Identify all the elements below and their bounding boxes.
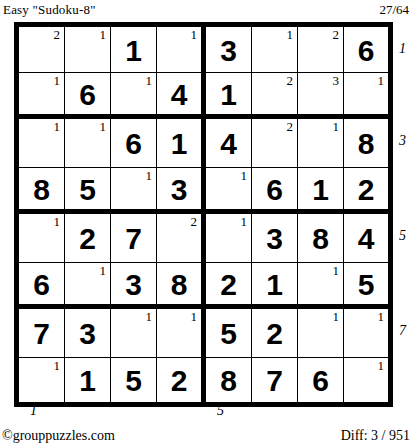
given-digit: 6 [266,173,283,205]
pencil-mark: 2 [54,27,61,42]
cell-r4c8[interactable]: 2 [344,168,388,214]
cell-r6c6[interactable]: 1 [252,263,298,309]
cell-r3c2[interactable]: 1 [65,119,111,168]
given-digit: 8 [33,173,50,205]
pencil-mark: 2 [287,119,294,134]
given-digit: 8 [220,364,237,396]
cell-r6c7[interactable]: 1 [298,263,344,309]
pencil-mark: 1 [54,214,61,229]
cell-r6c8[interactable]: 5 [344,263,388,309]
given-digit: 4 [358,222,375,254]
pencil-mark: 2 [191,214,198,229]
row-label: 1 [399,42,406,56]
pencil-mark: 1 [333,309,340,324]
cell-r3c7[interactable]: 1 [298,119,344,168]
pencil-mark: 1 [100,119,107,134]
given-digit: 2 [266,317,283,349]
cell-r2c3[interactable]: 1 [111,73,157,119]
cell-r4c5[interactable]: 1 [206,168,252,214]
col-label: 5 [217,404,224,418]
pencil-mark: 1 [333,263,340,278]
row-label: 5 [399,229,406,243]
row-label: 3 [399,134,406,148]
given-digit: 1 [171,127,188,159]
cell-r5c8[interactable]: 4 [344,214,388,263]
cell-r1c8[interactable]: 6 [344,27,388,73]
cell-r7c8[interactable]: 1 [344,309,388,358]
cell-r4c7[interactable]: 1 [298,168,344,214]
cell-r1c7[interactable]: 2 [298,27,344,73]
cell-r3c3[interactable]: 6 [111,119,157,168]
cell-r2c2[interactable]: 6 [65,73,111,119]
pencil-mark: 1 [54,73,61,88]
cell-r8c6[interactable]: 7 [252,358,298,402]
cell-r7c5[interactable]: 5 [206,309,252,358]
given-digit: 4 [220,127,237,159]
pencil-mark: 1 [100,263,107,278]
given-digit: 6 [312,364,329,396]
pencil-mark: 1 [241,214,248,229]
col-label: 1 [30,404,37,418]
cell-r2c6[interactable]: 2 [252,73,298,119]
pencil-mark: 1 [146,73,153,88]
row-label: 7 [399,324,406,338]
puzzle-counter: 27/64 [379,2,409,18]
cell-r5c1[interactable]: 1 [19,214,65,263]
given-digit: 2 [220,268,237,300]
given-digit: 3 [79,317,96,349]
pencil-mark: 1 [146,168,153,183]
cell-r2c4[interactable]: 4 [157,73,206,119]
cell-r8c1[interactable]: 1 [19,358,65,402]
cell-r2c1[interactable]: 1 [19,73,65,119]
cell-r5c5[interactable]: 1 [206,214,252,263]
pencil-mark: 1 [191,27,198,42]
given-digit: 3 [171,173,188,205]
given-digit: 1 [125,34,142,66]
cell-r6c2[interactable]: 1 [65,263,111,309]
cell-r6c3[interactable]: 3 [111,263,157,309]
given-digit: 8 [358,127,375,159]
cell-r8c4[interactable]: 2 [157,358,206,402]
given-digit: 3 [125,268,142,300]
given-digit: 2 [358,173,375,205]
cell-r8c7[interactable]: 6 [298,358,344,402]
pencil-mark: 2 [333,27,340,42]
cell-r8c3[interactable]: 5 [111,358,157,402]
given-digit: 6 [358,34,375,66]
pencil-mark: 1 [378,358,385,373]
cell-r4c6[interactable]: 6 [252,168,298,214]
cell-r8c5[interactable]: 8 [206,358,252,402]
given-digit: 5 [358,268,375,300]
cell-r1c5[interactable]: 3 [206,27,252,73]
cell-r6c5[interactable]: 2 [206,263,252,309]
cell-r2c7[interactable]: 3 [298,73,344,119]
cell-r1c3[interactable]: 1 [111,27,157,73]
cell-r7c6[interactable]: 2 [252,309,298,358]
puzzle-page: Easy "Sudoku-8" 27/64 211131261614123111… [0,0,412,447]
given-digit: 4 [171,78,188,110]
cell-r3c6[interactable]: 2 [252,119,298,168]
cell-r4c4[interactable]: 3 [157,168,206,214]
cell-r8c2[interactable]: 1 [65,358,111,402]
pencil-mark: 1 [287,27,294,42]
cell-r4c3[interactable]: 1 [111,168,157,214]
cell-r7c7[interactable]: 1 [298,309,344,358]
cell-r5c7[interactable]: 8 [298,214,344,263]
cell-r5c3[interactable]: 7 [111,214,157,263]
given-digit: 8 [312,222,329,254]
cell-r8c8[interactable]: 1 [344,358,388,402]
cell-r4c1[interactable]: 8 [19,168,65,214]
pencil-mark: 1 [241,168,248,183]
given-digit: 7 [125,222,142,254]
pencil-mark: 1 [54,119,61,134]
given-digit: 7 [33,317,50,349]
given-digit: 7 [266,364,283,396]
copyright-text: ©grouppuzzles.com [2,428,115,444]
cell-r3c5[interactable]: 4 [206,119,252,168]
cell-r3c4[interactable]: 1 [157,119,206,168]
given-digit: 2 [79,222,96,254]
given-digit: 8 [171,268,188,300]
cell-r7c2[interactable]: 3 [65,309,111,358]
cell-r2c5[interactable]: 1 [206,73,252,119]
cell-r7c1[interactable]: 7 [19,309,65,358]
pencil-mark: 1 [378,309,385,324]
given-digit: 5 [125,364,142,396]
cell-r5c4[interactable]: 2 [157,214,206,263]
given-digit: 6 [33,268,50,300]
cell-r4c2[interactable]: 5 [65,168,111,214]
given-digit: 3 [266,222,283,254]
pencil-mark: 3 [333,73,340,88]
given-digit: 6 [79,78,96,110]
cell-r5c6[interactable]: 3 [252,214,298,263]
pencil-mark: 1 [333,119,340,134]
cell-r1c2[interactable]: 1 [65,27,111,73]
cell-r5c2[interactable]: 2 [65,214,111,263]
cell-r3c1[interactable]: 1 [19,119,65,168]
given-digit: 5 [220,317,237,349]
cell-r7c3[interactable]: 1 [111,309,157,358]
puzzle-title: Easy "Sudoku-8" [3,2,96,18]
given-digit: 5 [79,173,96,205]
cell-r2c8[interactable]: 1 [344,73,388,119]
given-digit: 2 [171,364,188,396]
pencil-mark: 1 [146,309,153,324]
cell-r3c8[interactable]: 8 [344,119,388,168]
sudoku-board: 2111312616141231116142188513161212721384… [14,22,393,407]
given-digit: 6 [125,127,142,159]
given-digit: 3 [220,34,237,66]
given-digit: 1 [312,173,329,205]
cell-r1c1[interactable]: 2 [19,27,65,73]
given-digit: 1 [220,78,237,110]
cell-r6c1[interactable]: 6 [19,263,65,309]
pencil-mark: 1 [100,27,107,42]
given-digit: 1 [266,268,283,300]
cell-r1c6[interactable]: 1 [252,27,298,73]
cell-r7c4[interactable]: 1 [157,309,206,358]
cell-r1c4[interactable]: 1 [157,27,206,73]
pencil-mark: 2 [287,73,294,88]
pencil-mark: 1 [54,358,61,373]
given-digit: 1 [79,364,96,396]
pencil-mark: 1 [191,309,198,324]
pencil-mark: 1 [378,73,385,88]
cell-r6c4[interactable]: 8 [157,263,206,309]
difficulty-text: Diff: 3 / 951 [341,428,410,444]
